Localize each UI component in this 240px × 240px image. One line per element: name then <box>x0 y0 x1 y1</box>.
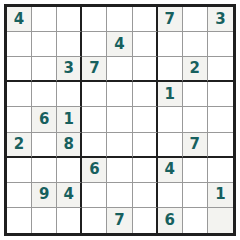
cell-r4c9[interactable] <box>208 82 233 107</box>
cell-r3c9[interactable] <box>208 57 233 82</box>
cell-r4c1[interactable] <box>7 82 32 107</box>
cell-r6c5[interactable] <box>107 133 132 158</box>
cell-r3c7[interactable] <box>158 57 183 82</box>
cell-r6c2[interactable] <box>32 133 57 158</box>
cell-r5c7[interactable] <box>158 107 183 132</box>
cell-r8c4[interactable] <box>82 183 107 208</box>
cell-r3c1[interactable] <box>7 57 32 82</box>
cell-r1c2[interactable] <box>32 7 57 32</box>
cell-r1c3[interactable] <box>57 7 82 32</box>
cell-r6c6[interactable] <box>133 133 158 158</box>
cell-r8c8[interactable] <box>183 183 208 208</box>
cell-r4c6[interactable] <box>133 82 158 107</box>
cell-r1c1[interactable]: 4 <box>7 7 32 32</box>
cell-r4c3[interactable] <box>57 82 82 107</box>
cell-r7c3[interactable] <box>57 158 82 183</box>
cell-r1c8[interactable] <box>183 7 208 32</box>
cell-r2c7[interactable] <box>158 32 183 57</box>
cell-r4c2[interactable] <box>32 82 57 107</box>
cell-r6c9[interactable] <box>208 133 233 158</box>
cell-r9c9[interactable] <box>208 208 233 233</box>
cell-r8c6[interactable] <box>133 183 158 208</box>
sudoku-board: 47343721612876494176 <box>4 4 236 236</box>
cell-r1c6[interactable] <box>133 7 158 32</box>
cell-r6c4[interactable] <box>82 133 107 158</box>
cell-r9c2[interactable] <box>32 208 57 233</box>
cell-r7c6[interactable] <box>133 158 158 183</box>
cell-r5c5[interactable] <box>107 107 132 132</box>
cell-r8c1[interactable] <box>7 183 32 208</box>
cell-r2c2[interactable] <box>32 32 57 57</box>
cell-r4c5[interactable] <box>107 82 132 107</box>
cell-r8c5[interactable] <box>107 183 132 208</box>
cell-r3c5[interactable] <box>107 57 132 82</box>
cell-r3c8[interactable]: 2 <box>183 57 208 82</box>
cell-r7c5[interactable] <box>107 158 132 183</box>
cell-r2c3[interactable] <box>57 32 82 57</box>
cell-r8c2[interactable]: 9 <box>32 183 57 208</box>
cell-r5c8[interactable] <box>183 107 208 132</box>
cell-r7c7[interactable]: 4 <box>158 158 183 183</box>
cell-r8c9[interactable]: 1 <box>208 183 233 208</box>
cell-r4c4[interactable] <box>82 82 107 107</box>
cell-r8c3[interactable]: 4 <box>57 183 82 208</box>
cell-r2c4[interactable] <box>82 32 107 57</box>
cell-r5c1[interactable] <box>7 107 32 132</box>
cell-r1c7[interactable]: 7 <box>158 7 183 32</box>
cell-r3c6[interactable] <box>133 57 158 82</box>
cell-r9c4[interactable] <box>82 208 107 233</box>
cell-r2c5[interactable]: 4 <box>107 32 132 57</box>
cell-r4c8[interactable] <box>183 82 208 107</box>
cell-r5c6[interactable] <box>133 107 158 132</box>
cell-r1c4[interactable] <box>82 7 107 32</box>
cell-r6c3[interactable]: 8 <box>57 133 82 158</box>
cell-r9c6[interactable] <box>133 208 158 233</box>
cell-r3c3[interactable]: 3 <box>57 57 82 82</box>
cell-r5c2[interactable]: 6 <box>32 107 57 132</box>
cell-r1c5[interactable] <box>107 7 132 32</box>
cell-r9c5[interactable]: 7 <box>107 208 132 233</box>
cell-r9c8[interactable] <box>183 208 208 233</box>
cell-r7c1[interactable] <box>7 158 32 183</box>
cell-r2c9[interactable] <box>208 32 233 57</box>
cell-r6c7[interactable] <box>158 133 183 158</box>
cell-r5c9[interactable] <box>208 107 233 132</box>
cell-r9c7[interactable]: 6 <box>158 208 183 233</box>
cell-r6c1[interactable]: 2 <box>7 133 32 158</box>
cell-r3c4[interactable]: 7 <box>82 57 107 82</box>
cell-r7c8[interactable] <box>183 158 208 183</box>
cell-r8c7[interactable] <box>158 183 183 208</box>
cell-r2c8[interactable] <box>183 32 208 57</box>
cell-r7c9[interactable] <box>208 158 233 183</box>
cell-r4c7[interactable]: 1 <box>158 82 183 107</box>
cell-r9c1[interactable] <box>7 208 32 233</box>
cell-r7c4[interactable]: 6 <box>82 158 107 183</box>
cell-r2c6[interactable] <box>133 32 158 57</box>
cell-r5c4[interactable] <box>82 107 107 132</box>
cell-r2c1[interactable] <box>7 32 32 57</box>
cell-r6c8[interactable]: 7 <box>183 133 208 158</box>
cell-r7c2[interactable] <box>32 158 57 183</box>
cell-r3c2[interactable] <box>32 57 57 82</box>
cell-r9c3[interactable] <box>57 208 82 233</box>
cell-r1c9[interactable]: 3 <box>208 7 233 32</box>
cell-r5c3[interactable]: 1 <box>57 107 82 132</box>
